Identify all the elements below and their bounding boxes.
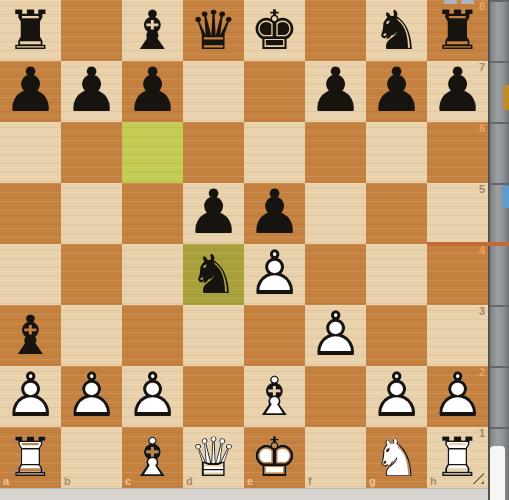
square-a8[interactable]: ♜: [0, 0, 61, 61]
white-pawn-outline: ♙: [301, 300, 370, 369]
square-e5[interactable]: ♟: [244, 183, 305, 244]
file-label-g: g: [369, 476, 376, 487]
rank-label-7: 7: [479, 62, 485, 73]
white-king-outline: ♔: [244, 427, 305, 488]
black-pawn[interactable]: ♟: [118, 56, 187, 125]
strip-divider: [490, 366, 509, 368]
chess-board[interactable]: ♜♝♛♚♞♜8♟♟♟♟♟♟76♟♟5♞♟♙4♝♟♙3♟♙♟♙♟♙♝♗♟♙♟♙2♜…: [0, 0, 488, 488]
square-f6[interactable]: [305, 122, 366, 183]
rank-label-6: 6: [479, 123, 485, 134]
square-h6[interactable]: 6: [427, 122, 488, 183]
file-label-c: c: [125, 476, 131, 487]
square-h8[interactable]: ♜8: [427, 0, 488, 61]
square-a6[interactable]: [0, 122, 61, 183]
file-label-h: h: [430, 476, 437, 487]
strip-divider: [490, 427, 509, 429]
square-e6[interactable]: [244, 122, 305, 183]
white-pawn[interactable]: ♟: [0, 361, 65, 430]
white-pawn[interactable]: ♟: [118, 361, 187, 430]
file-label-b: b: [64, 476, 71, 487]
square-e3[interactable]: [244, 305, 305, 366]
square-f4[interactable]: [305, 244, 366, 305]
black-queen[interactable]: ♛: [183, 0, 244, 61]
square-a1[interactable]: ♜♖a: [0, 427, 61, 488]
file-label-f: f: [308, 476, 312, 487]
white-knight-outline: ♘: [366, 427, 427, 488]
rank-label-4: 4: [479, 245, 485, 256]
strip-divider: [490, 305, 509, 307]
square-g8[interactable]: ♞: [366, 0, 427, 61]
square-e1[interactable]: ♚♔e: [244, 427, 305, 488]
rank-label-2: 2: [479, 367, 485, 378]
square-a7[interactable]: ♟: [0, 61, 61, 122]
square-d3[interactable]: [183, 305, 244, 366]
right-panel-strip: [488, 0, 509, 500]
scroll-thumb[interactable]: [490, 446, 505, 500]
square-g4[interactable]: [366, 244, 427, 305]
square-h3[interactable]: 3: [427, 305, 488, 366]
square-h4[interactable]: 4: [427, 244, 488, 305]
black-pawn[interactable]: ♟: [301, 56, 370, 125]
square-b7[interactable]: ♟: [61, 61, 122, 122]
bottom-status-strip: [0, 488, 488, 500]
white-queen[interactable]: ♛: [183, 427, 244, 488]
square-c3[interactable]: [122, 305, 183, 366]
blue-tick: [503, 186, 509, 208]
square-g6[interactable]: [366, 122, 427, 183]
white-pawn-outline: ♙: [57, 361, 126, 430]
strip-divider: [490, 0, 509, 2]
white-queen-outline: ♕: [183, 427, 244, 488]
square-f5[interactable]: [305, 183, 366, 244]
square-a2[interactable]: ♟♙: [0, 366, 61, 427]
white-pawn-outline: ♙: [240, 239, 309, 308]
square-d1[interactable]: ♛♕d: [183, 427, 244, 488]
rank-label-8: 8: [479, 1, 485, 12]
square-b2[interactable]: ♟♙: [61, 366, 122, 427]
square-g1[interactable]: ♞♘g: [366, 427, 427, 488]
square-d4[interactable]: ♞: [183, 244, 244, 305]
tab-stub-1[interactable]: [444, 0, 457, 4]
square-b6[interactable]: [61, 122, 122, 183]
black-pawn[interactable]: ♟: [57, 56, 126, 125]
white-pawn[interactable]: ♟: [423, 361, 492, 430]
square-e2[interactable]: ♝♗: [244, 366, 305, 427]
white-king[interactable]: ♚: [244, 427, 305, 488]
square-d7[interactable]: [183, 61, 244, 122]
square-c1[interactable]: ♝♗c: [122, 427, 183, 488]
square-c6[interactable]: [122, 122, 183, 183]
square-c7[interactable]: ♟: [122, 61, 183, 122]
white-bishop[interactable]: ♝: [244, 366, 305, 427]
square-f3[interactable]: ♟♙: [305, 305, 366, 366]
white-pawn[interactable]: ♟: [301, 300, 370, 369]
black-bishop[interactable]: ♝: [0, 305, 61, 366]
square-e4[interactable]: ♟♙: [244, 244, 305, 305]
square-g5[interactable]: [366, 183, 427, 244]
white-bishop-outline: ♗: [244, 366, 305, 427]
square-g2[interactable]: ♟♙: [366, 366, 427, 427]
square-h7[interactable]: ♟7: [427, 61, 488, 122]
white-bishop-outline: ♗: [122, 427, 183, 488]
square-f2[interactable]: [305, 366, 366, 427]
black-pawn[interactable]: ♟: [362, 56, 431, 125]
black-pawn[interactable]: ♟: [240, 178, 309, 247]
white-pawn[interactable]: ♟: [362, 361, 431, 430]
white-pawn[interactable]: ♟: [57, 361, 126, 430]
amber-tick: [503, 85, 509, 110]
black-rook[interactable]: ♜: [427, 0, 488, 61]
strip-divider: [490, 61, 509, 63]
white-rook[interactable]: ♜: [0, 427, 61, 488]
black-knight[interactable]: ♞: [366, 0, 427, 61]
square-d5[interactable]: ♟: [183, 183, 244, 244]
white-pawn-outline: ♙: [362, 361, 431, 430]
square-g7[interactable]: ♟: [366, 61, 427, 122]
black-rook[interactable]: ♜: [0, 0, 61, 61]
white-pawn[interactable]: ♟: [240, 239, 309, 308]
strip-divider: [490, 122, 509, 124]
square-a5[interactable]: [0, 183, 61, 244]
white-knight[interactable]: ♞: [366, 427, 427, 488]
square-c8[interactable]: ♝: [122, 0, 183, 61]
square-b1[interactable]: b: [61, 427, 122, 488]
file-label-a: a: [3, 476, 9, 487]
rank-label-5: 5: [479, 184, 485, 195]
black-bishop[interactable]: ♝: [122, 0, 183, 61]
black-knight[interactable]: ♞: [183, 244, 244, 305]
white-pawn-outline: ♙: [0, 361, 65, 430]
black-king[interactable]: ♚: [244, 0, 305, 61]
square-h2[interactable]: ♟♙2: [427, 366, 488, 427]
square-g3[interactable]: [366, 305, 427, 366]
black-pawn[interactable]: ♟: [423, 56, 492, 125]
square-h5[interactable]: 5: [427, 183, 488, 244]
square-c5[interactable]: [122, 183, 183, 244]
orange-rank4-line: [427, 242, 509, 246]
square-c4[interactable]: [122, 244, 183, 305]
square-e7[interactable]: [244, 61, 305, 122]
rank-label-1: 1: [479, 428, 485, 439]
strip-divider: [490, 183, 509, 185]
square-b3[interactable]: [61, 305, 122, 366]
black-pawn[interactable]: ♟: [0, 56, 65, 125]
square-b5[interactable]: [61, 183, 122, 244]
square-d8[interactable]: ♛: [183, 0, 244, 61]
square-f8[interactable]: [305, 0, 366, 61]
tab-stub-2[interactable]: [461, 0, 474, 4]
square-d2[interactable]: [183, 366, 244, 427]
file-label-d: d: [186, 476, 193, 487]
square-b8[interactable]: [61, 0, 122, 61]
square-e8[interactable]: ♚: [244, 0, 305, 61]
rank-label-3: 3: [479, 306, 485, 317]
square-a3[interactable]: ♝: [0, 305, 61, 366]
square-b4[interactable]: [61, 244, 122, 305]
white-pawn-outline: ♙: [423, 361, 492, 430]
file-label-e: e: [247, 476, 253, 487]
square-f1[interactable]: f: [305, 427, 366, 488]
square-a4[interactable]: [0, 244, 61, 305]
square-d6[interactable]: [183, 122, 244, 183]
square-f7[interactable]: ♟: [305, 61, 366, 122]
square-c2[interactable]: ♟♙: [122, 366, 183, 427]
black-pawn[interactable]: ♟: [179, 178, 248, 247]
white-pawn-outline: ♙: [118, 361, 187, 430]
white-bishop[interactable]: ♝: [122, 427, 183, 488]
white-rook-outline: ♖: [0, 427, 61, 488]
